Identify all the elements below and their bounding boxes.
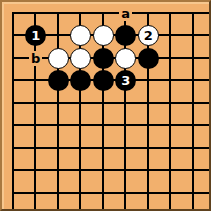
intersection-if[interactable] — [182, 115, 205, 138]
intersection-eh[interactable] — [92, 160, 115, 183]
intersection-bi[interactable] — [25, 182, 48, 205]
intersection-hg[interactable] — [160, 137, 183, 160]
intersection-cc[interactable] — [47, 47, 70, 70]
black-stone: 3 — [115, 70, 136, 91]
intersection-bh[interactable] — [25, 160, 48, 183]
intersection-hi[interactable] — [160, 182, 183, 205]
intersection-bc[interactable]: b — [25, 47, 48, 70]
intersection-ca[interactable] — [47, 2, 70, 25]
intersection-dh[interactable] — [70, 160, 93, 183]
intersection-fh[interactable] — [115, 160, 138, 183]
intersection-bd[interactable] — [25, 70, 48, 93]
intersection-ii[interactable] — [182, 182, 205, 205]
intersection-fd[interactable]: 3 — [115, 70, 138, 93]
black-stone — [70, 70, 91, 91]
intersection-ci[interactable] — [47, 182, 70, 205]
intersection-ed[interactable] — [92, 70, 115, 93]
intersection-fi[interactable] — [115, 182, 138, 205]
intersection-eg[interactable] — [92, 137, 115, 160]
intersection-bb[interactable]: 1 — [25, 25, 48, 48]
intersection-ag[interactable] — [2, 137, 25, 160]
intersection-he[interactable] — [160, 92, 183, 115]
intersection-bg[interactable] — [25, 137, 48, 160]
stone-move-number: 1 — [31, 29, 40, 42]
intersection-fe[interactable] — [115, 92, 138, 115]
intersection-ah[interactable] — [2, 160, 25, 183]
intersection-ga[interactable] — [137, 2, 160, 25]
point-label-b: b — [29, 51, 42, 66]
intersection-db[interactable] — [70, 25, 93, 48]
intersection-fc[interactable] — [115, 47, 138, 70]
stones-grid: a12b3 — [2, 2, 205, 205]
intersection-dd[interactable] — [70, 70, 93, 93]
black-stone: 1 — [25, 25, 46, 46]
intersection-ea[interactable] — [92, 2, 115, 25]
intersection-fg[interactable] — [115, 137, 138, 160]
intersection-ha[interactable] — [160, 2, 183, 25]
intersection-gd[interactable] — [137, 70, 160, 93]
intersection-ib[interactable] — [182, 25, 205, 48]
stone-move-number: 3 — [121, 74, 130, 87]
intersection-di[interactable] — [70, 182, 93, 205]
intersection-be[interactable] — [25, 92, 48, 115]
intersection-ge[interactable] — [137, 92, 160, 115]
white-stone — [93, 25, 114, 46]
white-stone — [48, 48, 69, 69]
go-board: a12b3 — [0, 0, 211, 211]
intersection-cf[interactable] — [47, 115, 70, 138]
intersection-af[interactable] — [2, 115, 25, 138]
intersection-ai[interactable] — [2, 182, 25, 205]
stone-move-number: 2 — [144, 29, 153, 42]
intersection-gb[interactable]: 2 — [137, 25, 160, 48]
intersection-ia[interactable] — [182, 2, 205, 25]
intersection-ee[interactable] — [92, 92, 115, 115]
white-stone — [70, 25, 91, 46]
intersection-fb[interactable] — [115, 25, 138, 48]
black-stone — [115, 25, 136, 46]
intersection-dg[interactable] — [70, 137, 93, 160]
intersection-ef[interactable] — [92, 115, 115, 138]
intersection-ac[interactable] — [2, 47, 25, 70]
intersection-ei[interactable] — [92, 182, 115, 205]
intersection-ic[interactable] — [182, 47, 205, 70]
intersection-id[interactable] — [182, 70, 205, 93]
intersection-fa[interactable]: a — [115, 2, 138, 25]
intersection-bf[interactable] — [25, 115, 48, 138]
intersection-gi[interactable] — [137, 182, 160, 205]
intersection-ie[interactable] — [182, 92, 205, 115]
intersection-da[interactable] — [70, 2, 93, 25]
white-stone — [115, 48, 136, 69]
intersection-ch[interactable] — [47, 160, 70, 183]
intersection-hb[interactable] — [160, 25, 183, 48]
intersection-hd[interactable] — [160, 70, 183, 93]
intersection-cg[interactable] — [47, 137, 70, 160]
white-stone — [70, 48, 91, 69]
intersection-hh[interactable] — [160, 160, 183, 183]
intersection-ab[interactable] — [2, 25, 25, 48]
intersection-dc[interactable] — [70, 47, 93, 70]
intersection-hf[interactable] — [160, 115, 183, 138]
intersection-ce[interactable] — [47, 92, 70, 115]
intersection-cb[interactable] — [47, 25, 70, 48]
intersection-ba[interactable] — [25, 2, 48, 25]
intersection-de[interactable] — [70, 92, 93, 115]
point-label-a: a — [119, 6, 132, 21]
intersection-ff[interactable] — [115, 115, 138, 138]
intersection-hc[interactable] — [160, 47, 183, 70]
intersection-cd[interactable] — [47, 70, 70, 93]
intersection-gc[interactable] — [137, 47, 160, 70]
intersection-eb[interactable] — [92, 25, 115, 48]
intersection-gg[interactable] — [137, 137, 160, 160]
black-stone — [48, 70, 69, 91]
black-stone — [138, 48, 159, 69]
black-stone — [93, 70, 114, 91]
intersection-ad[interactable] — [2, 70, 25, 93]
intersection-ih[interactable] — [182, 160, 205, 183]
intersection-gf[interactable] — [137, 115, 160, 138]
intersection-aa[interactable] — [2, 2, 25, 25]
intersection-ec[interactable] — [92, 47, 115, 70]
white-stone: 2 — [138, 25, 159, 46]
black-stone — [93, 48, 114, 69]
intersection-ae[interactable] — [2, 92, 25, 115]
intersection-gh[interactable] — [137, 160, 160, 183]
intersection-ig[interactable] — [182, 137, 205, 160]
intersection-df[interactable] — [70, 115, 93, 138]
